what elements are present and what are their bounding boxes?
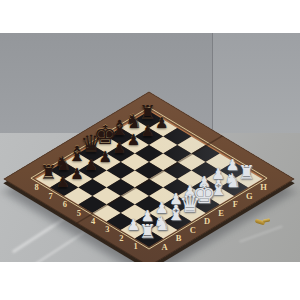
file-label-g: G [243,191,255,201]
piece-black-pawn-g7: ♟ [141,124,154,139]
rank-label-7: 7 [45,191,57,201]
background-wall-right [213,33,300,138]
piece-black-pawn-f7: ♟ [127,133,140,148]
wall-seam-line [212,33,213,138]
rank-label-6: 6 [59,199,71,209]
photo-area: ♜♟♟♜♞♟♟♞♝♟♟♝♚♟♟♚♛♟♟♛♝♟♟♝♞♟♟♞♜♟♟♜ HGFEDCB… [0,33,300,262]
file-label-h: H [258,182,270,192]
rank-label-4: 4 [87,216,99,226]
latch-hook [263,218,270,222]
file-label-d: D [201,216,213,226]
product-photo: ♜♟♟♜♞♟♟♞♝♟♟♝♚♟♟♚♛♟♟♛♝♟♟♝♞♟♟♞♜♟♟♜ HGFEDCB… [0,0,300,300]
rank-label-3: 3 [101,224,113,234]
file-label-f: F [229,199,241,209]
piece-black-pawn-e7: ♟ [113,141,126,156]
piece-white-rook-a1: ♜ [139,222,156,241]
piece-black-pawn-a7: ♟ [56,175,69,190]
piece-black-pawn-c7: ♟ [85,158,98,173]
rank-label-2: 2 [115,233,127,243]
rank-label-8: 8 [31,182,43,192]
file-label-a: A [159,242,171,252]
piece-black-pawn-d7: ♟ [99,150,112,165]
piece-black-pawn-h7: ♟ [155,116,168,131]
rank-label-1: 1 [130,241,142,251]
file-label-b: B [173,233,185,243]
rank-label-5: 5 [73,208,85,218]
file-label-e: E [215,208,227,218]
file-label-c: C [187,225,199,235]
piece-black-pawn-b7: ♟ [70,167,83,182]
brass-latch-icon [255,219,270,226]
piece-black-rook-a8: ♜ [40,163,57,182]
